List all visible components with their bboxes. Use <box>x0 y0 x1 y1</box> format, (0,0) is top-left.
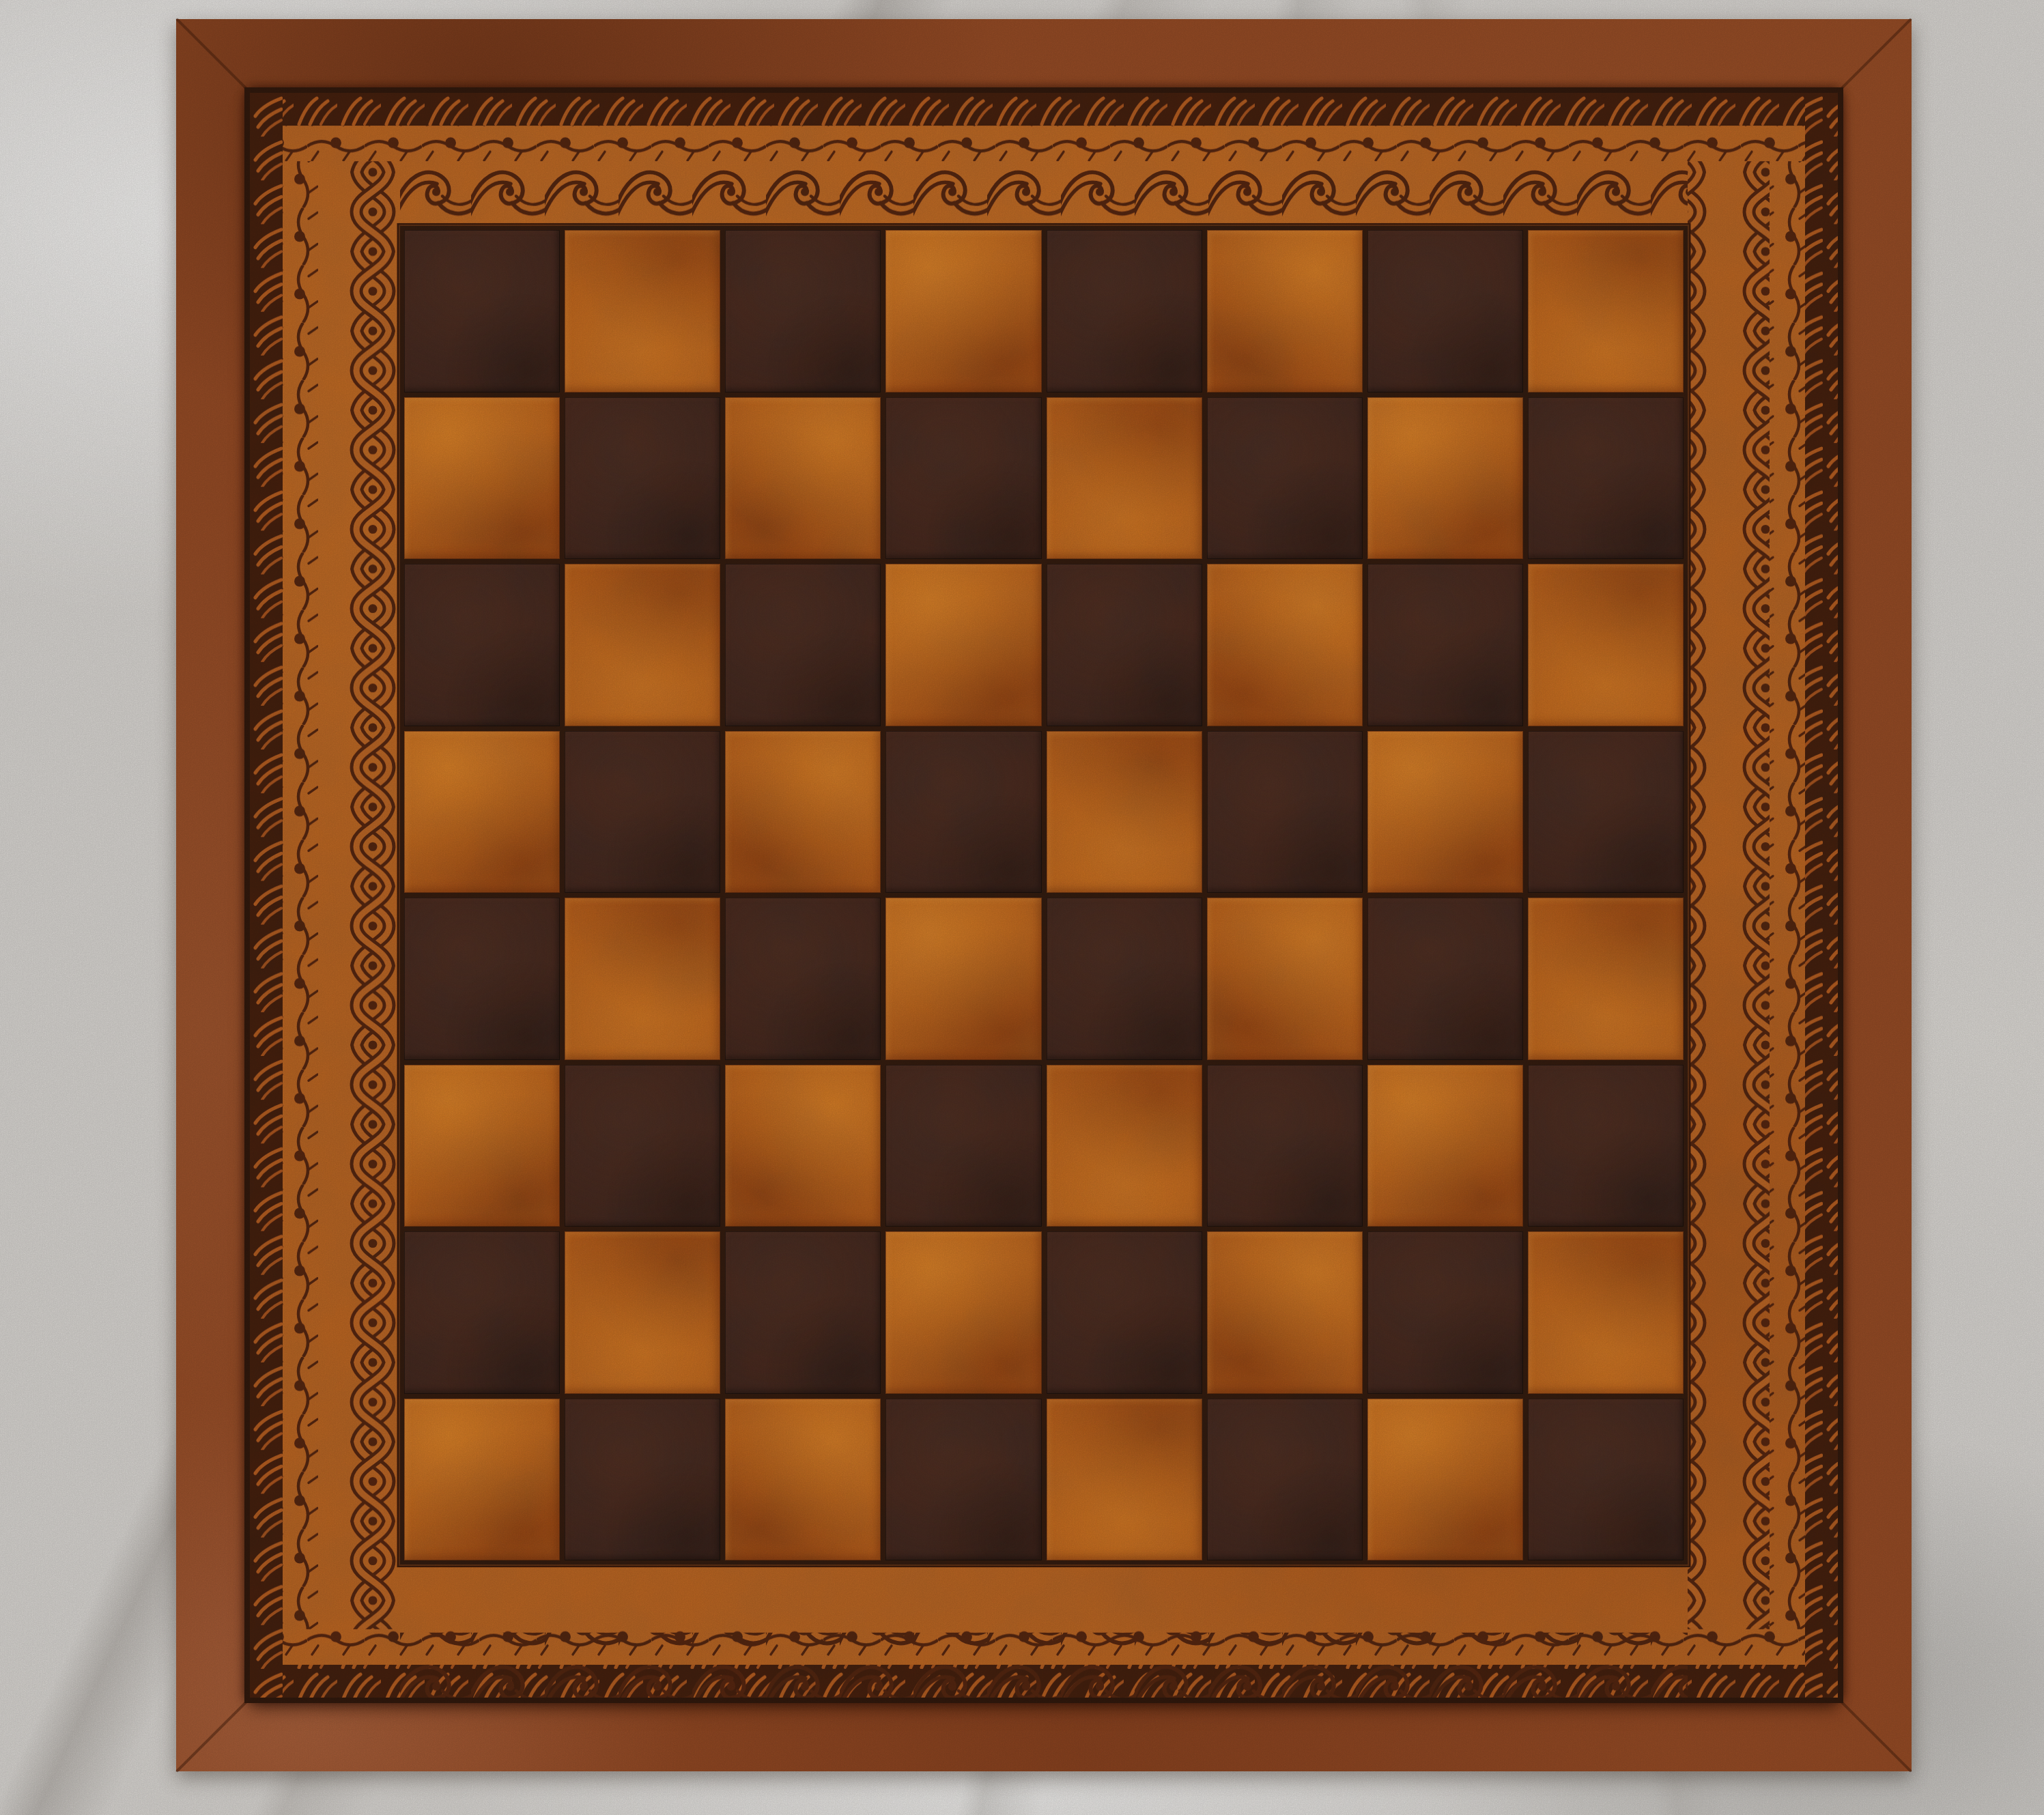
square-c1[interactable] <box>725 1399 881 1561</box>
square-f8[interactable] <box>1207 230 1363 392</box>
square-g1[interactable] <box>1367 1399 1523 1561</box>
square-d1[interactable] <box>885 1399 1041 1561</box>
square-e2[interactable] <box>1047 1231 1202 1394</box>
square-g7[interactable] <box>1367 397 1523 560</box>
square-e4[interactable] <box>1047 898 1202 1060</box>
square-a6[interactable] <box>404 564 560 726</box>
square-a2[interactable] <box>404 1231 560 1394</box>
square-c4[interactable] <box>725 898 881 1060</box>
square-h1[interactable] <box>1528 1399 1684 1561</box>
square-d4[interactable] <box>885 898 1041 1060</box>
frame-miter-seam <box>1840 18 1912 90</box>
square-c7[interactable] <box>725 397 881 560</box>
square-d8[interactable] <box>885 230 1041 392</box>
square-e3[interactable] <box>1047 1065 1202 1227</box>
square-a4[interactable] <box>404 898 560 1060</box>
square-f2[interactable] <box>1207 1231 1363 1394</box>
square-d7[interactable] <box>885 397 1041 560</box>
square-a5[interactable] <box>404 731 560 894</box>
square-g3[interactable] <box>1367 1065 1523 1227</box>
square-d2[interactable] <box>885 1231 1041 1394</box>
embossed-leather-panel <box>244 87 1843 1703</box>
chessboard <box>176 19 1912 1771</box>
square-a8[interactable] <box>404 230 560 392</box>
square-d5[interactable] <box>885 731 1041 894</box>
square-a7[interactable] <box>404 397 560 560</box>
square-b6[interactable] <box>565 564 720 726</box>
square-g4[interactable] <box>1367 898 1523 1060</box>
square-c5[interactable] <box>725 731 881 894</box>
square-c8[interactable] <box>725 230 881 392</box>
square-g8[interactable] <box>1367 230 1523 392</box>
square-b7[interactable] <box>565 397 720 560</box>
frame-miter-seam <box>175 18 248 90</box>
square-b2[interactable] <box>565 1231 720 1394</box>
square-b3[interactable] <box>565 1065 720 1227</box>
square-h6[interactable] <box>1528 564 1684 726</box>
square-f3[interactable] <box>1207 1065 1363 1227</box>
square-h5[interactable] <box>1528 731 1684 894</box>
square-c2[interactable] <box>725 1231 881 1394</box>
square-e1[interactable] <box>1047 1399 1202 1561</box>
squares-grid <box>400 226 1688 1564</box>
square-f6[interactable] <box>1207 564 1363 726</box>
square-g6[interactable] <box>1367 564 1523 726</box>
square-a1[interactable] <box>404 1399 560 1561</box>
square-a3[interactable] <box>404 1065 560 1227</box>
square-e6[interactable] <box>1047 564 1202 726</box>
square-f5[interactable] <box>1207 731 1363 894</box>
square-h7[interactable] <box>1528 397 1684 560</box>
square-c6[interactable] <box>725 564 881 726</box>
square-e5[interactable] <box>1047 731 1202 894</box>
square-b8[interactable] <box>565 230 720 392</box>
square-f1[interactable] <box>1207 1399 1363 1561</box>
square-b4[interactable] <box>565 898 720 1060</box>
square-h4[interactable] <box>1528 898 1684 1060</box>
square-d6[interactable] <box>885 564 1041 726</box>
frame-miter-seam <box>1840 1700 1912 1773</box>
square-f7[interactable] <box>1207 397 1363 560</box>
square-e8[interactable] <box>1047 230 1202 392</box>
square-h2[interactable] <box>1528 1231 1684 1394</box>
square-f4[interactable] <box>1207 898 1363 1060</box>
square-g2[interactable] <box>1367 1231 1523 1394</box>
square-c3[interactable] <box>725 1065 881 1227</box>
square-e7[interactable] <box>1047 397 1202 560</box>
marble-surface <box>0 0 2044 1815</box>
square-h8[interactable] <box>1528 230 1684 392</box>
square-d3[interactable] <box>885 1065 1041 1227</box>
square-g5[interactable] <box>1367 731 1523 894</box>
square-b5[interactable] <box>565 731 720 894</box>
frame-miter-seam <box>175 1700 248 1773</box>
square-h3[interactable] <box>1528 1065 1684 1227</box>
square-b1[interactable] <box>565 1399 720 1561</box>
